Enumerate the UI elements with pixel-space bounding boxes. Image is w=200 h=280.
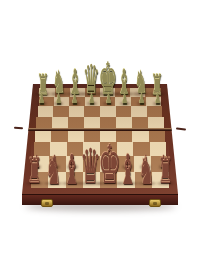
square-f7: [115, 97, 130, 107]
square-a3: [34, 142, 51, 156]
board-row-rank-3: [34, 142, 166, 156]
square-d1: [83, 172, 100, 188]
square-g8: [130, 88, 145, 97]
square-d2: [83, 156, 100, 171]
square-a6: [38, 106, 54, 117]
square-e7: [100, 97, 115, 107]
square-d3: [83, 142, 100, 156]
square-a2: [33, 156, 50, 171]
board-row-rank-6: [38, 106, 163, 117]
square-b1: [48, 172, 65, 188]
chess-case-top: [22, 84, 178, 194]
product-photo: ♜♞♝♛♚♝♞♜♟♟♟♟♟♟♟♟♟♟♟♟♟♟♟♟♜♞♝♛♚♝♞♜: [0, 0, 200, 280]
hinge-seam-right: [176, 127, 186, 130]
square-e8: [100, 88, 115, 97]
square-h1: [152, 172, 169, 188]
square-e2: [100, 156, 117, 171]
square-g2: [134, 156, 151, 171]
hinge-seam-left: [14, 127, 23, 129]
square-f1: [117, 172, 134, 188]
square-g3: [133, 142, 150, 156]
square-h2: [151, 156, 168, 171]
square-f2: [117, 156, 134, 171]
square-d6: [84, 106, 100, 117]
fold-seam: [24, 128, 176, 131]
square-e3: [100, 142, 117, 156]
square-f8: [115, 88, 130, 97]
square-g7: [131, 97, 146, 107]
square-c7: [69, 97, 84, 107]
board-row-rank-7: [39, 97, 162, 107]
square-a8: [39, 88, 54, 97]
square-g1: [135, 172, 152, 188]
square-b2: [49, 156, 66, 171]
square-a7: [39, 97, 54, 107]
square-f3: [117, 142, 134, 156]
board-row-rank-8: [39, 88, 160, 97]
square-f6: [116, 106, 132, 117]
brass-clasp-left-icon: [41, 199, 53, 207]
square-e1: [100, 172, 117, 188]
square-c3: [67, 142, 84, 156]
square-h3: [150, 142, 167, 156]
square-c6: [69, 106, 85, 117]
square-d7: [85, 97, 100, 107]
square-g6: [131, 106, 147, 117]
square-b7: [54, 97, 69, 107]
board-row-rank-2: [33, 156, 168, 171]
square-h8: [145, 88, 160, 97]
chess-board: [31, 88, 169, 188]
board-row-rank-1: [31, 172, 169, 188]
square-c2: [66, 156, 83, 171]
square-c8: [70, 88, 85, 97]
square-h6: [147, 106, 163, 117]
square-b8: [55, 88, 70, 97]
square-e6: [100, 106, 116, 117]
square-a1: [31, 172, 48, 188]
square-b3: [50, 142, 67, 156]
square-d8: [85, 88, 100, 97]
square-b6: [53, 106, 69, 117]
brass-clasp-right-icon: [149, 199, 161, 207]
square-h7: [146, 97, 161, 107]
case-front-face: [22, 194, 178, 205]
square-c1: [66, 172, 83, 188]
